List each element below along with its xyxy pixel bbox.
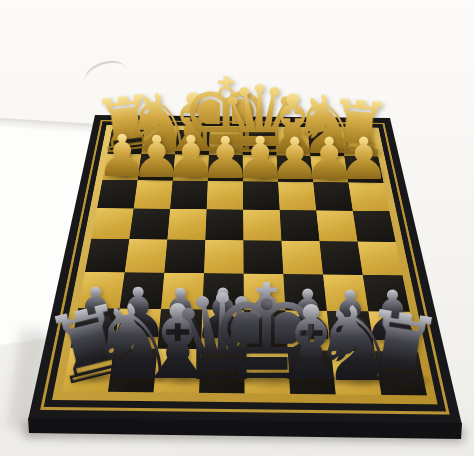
scene: ♜♞♝♚♛♝♞♜♟♟♟♟♟♟♟♟♟♟♟♟♟♟♟♟♜♞♝♛♚♝♞♜: [0, 0, 474, 456]
pieces-layer: ♜♞♝♚♛♝♞♜♟♟♟♟♟♟♟♟♟♟♟♟♟♟♟♟♜♞♝♛♚♝♞♜: [0, 0, 474, 456]
piece-silver-rook-h1[interactable]: ♜: [351, 295, 450, 402]
piece-gold-pawn-h7[interactable]: ♟: [337, 130, 389, 188]
